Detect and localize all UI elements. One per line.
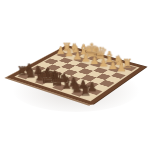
square-r3c7 <box>105 76 120 83</box>
chess-board: ♜♞♝♚♛♝♞♜♟♟♟♟♟♟♟♟♟♟♟♟♟♟♟♟♜♞♝♚♛♝♞♜ <box>7 45 146 105</box>
black-rook: ♜ <box>8 65 35 77</box>
square-r6c3: ♟ <box>50 77 65 84</box>
chess-set-photo: ♜♞♝♚♛♝♞♜♟♟♟♟♟♟♟♟♟♟♟♟♟♟♟♟♜♞♝♚♛♝♞♜ <box>0 0 150 150</box>
square-r6c0: ♟ <box>24 69 39 75</box>
perspective-scene: ♜♞♝♚♛♝♞♜♟♟♟♟♟♟♟♟♟♟♟♟♟♟♟♟♜♞♝♚♛♝♞♜ <box>0 0 150 150</box>
board-grid: ♜♞♝♚♛♝♞♜♟♟♟♟♟♟♟♟♟♟♟♟♟♟♟♟♜♞♝♚♛♝♞♜ <box>14 48 139 101</box>
square-r4c2 <box>54 67 69 73</box>
square-r0c7: ♜ <box>122 65 137 71</box>
